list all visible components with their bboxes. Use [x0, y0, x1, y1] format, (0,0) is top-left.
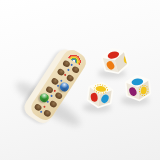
peg-hole [42, 109, 51, 118]
die-3[interactable] [122, 72, 155, 105]
scene [0, 0, 160, 160]
peg-hole [65, 74, 74, 83]
peg-hole [54, 91, 63, 100]
peg-hole [48, 100, 57, 109]
die-2[interactable] [83, 78, 117, 112]
